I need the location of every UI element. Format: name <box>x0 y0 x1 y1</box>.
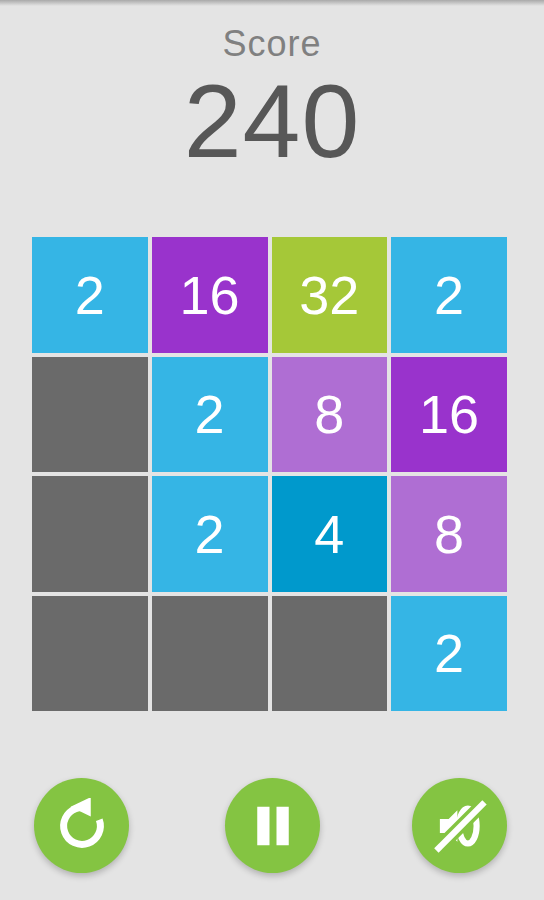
tile-8: 8 <box>391 476 507 592</box>
tile-2: 2 <box>391 237 507 353</box>
tile-2: 2 <box>152 476 268 592</box>
mute-button[interactable] <box>412 778 507 873</box>
tile-2: 2 <box>152 357 268 473</box>
pause-bar-left <box>257 806 269 845</box>
tile-4: 4 <box>272 476 388 592</box>
board[interactable]: 21632228162482 <box>32 237 507 711</box>
tile-2: 2 <box>391 596 507 712</box>
pause-button[interactable] <box>225 778 320 873</box>
tile-value: 2 <box>195 387 225 441</box>
tile-value: 2 <box>434 268 464 322</box>
pause-bar-right <box>276 806 288 845</box>
score-value: 240 <box>0 69 544 173</box>
restart-button[interactable] <box>34 778 129 873</box>
tile-value: 32 <box>299 268 359 322</box>
pause-icon <box>245 798 301 854</box>
tile-value: 8 <box>314 387 344 441</box>
tile-32: 32 <box>272 237 388 353</box>
tile-value: 4 <box>314 507 344 561</box>
top-shadow <box>0 0 544 6</box>
tile-8: 8 <box>272 357 388 473</box>
tile-2: 2 <box>32 237 148 353</box>
empty-cell <box>272 596 388 712</box>
tile-value: 16 <box>180 268 240 322</box>
tile-value: 8 <box>434 507 464 561</box>
tile-value: 16 <box>419 387 479 441</box>
game-screen: Score 240 21632228162482 <box>0 0 544 900</box>
tile-16: 16 <box>152 237 268 353</box>
tile-value: 2 <box>195 507 225 561</box>
empty-cell <box>32 357 148 473</box>
restart-icon <box>54 798 110 854</box>
mute-icon <box>432 798 488 854</box>
tile-value: 2 <box>75 268 105 322</box>
tile-16: 16 <box>391 357 507 473</box>
empty-cell <box>152 596 268 712</box>
empty-cell <box>32 596 148 712</box>
tile-value: 2 <box>434 626 464 680</box>
empty-cell <box>32 476 148 592</box>
score-label: Score <box>0 26 544 62</box>
